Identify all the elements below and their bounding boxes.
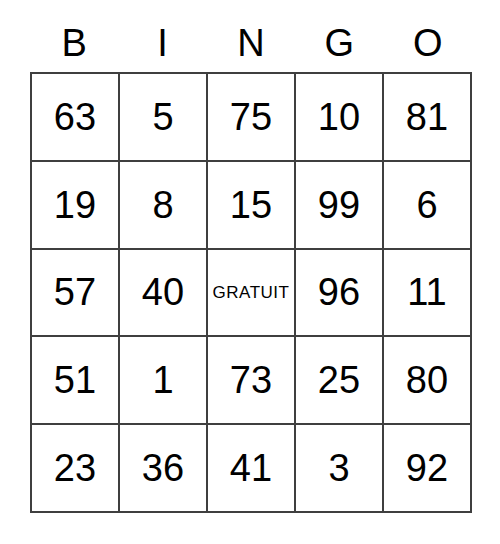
bingo-cell-r4c3[interactable]: 73 [208,337,294,423]
bingo-cell-r5c5[interactable]: 92 [384,425,470,511]
bingo-cell-r4c5[interactable]: 80 [384,337,470,423]
bingo-cell-r4c1[interactable]: 51 [32,337,118,423]
bingo-cell-r3c1[interactable]: 57 [32,250,118,336]
bingo-cell-r3c4[interactable]: 96 [296,250,382,336]
bingo-cell-r4c2[interactable]: 1 [120,337,206,423]
free-space-cell[interactable]: GRATUIT [208,250,294,336]
bingo-cell-r2c4[interactable]: 99 [296,162,382,248]
bingo-grid: 63 5 75 10 81 19 8 15 99 6 57 40 GRATUIT… [30,72,472,513]
bingo-cell-r2c3[interactable]: 15 [208,162,294,248]
bingo-cell-r4c4[interactable]: 25 [296,337,382,423]
bingo-cell-r5c3[interactable]: 41 [208,425,294,511]
bingo-cell-r1c5[interactable]: 81 [384,74,470,160]
column-letter-b: B [30,16,118,70]
bingo-cell-r1c1[interactable]: 63 [32,74,118,160]
bingo-cell-r1c2[interactable]: 5 [120,74,206,160]
bingo-cell-r3c2[interactable]: 40 [120,250,206,336]
column-letter-o: O [384,16,472,70]
bingo-cell-r1c3[interactable]: 75 [208,74,294,160]
bingo-cell-r2c5[interactable]: 6 [384,162,470,248]
column-letter-n: N [207,16,295,70]
column-letter-i: I [118,16,206,70]
bingo-cell-r1c4[interactable]: 10 [296,74,382,160]
column-letter-g: G [295,16,383,70]
bingo-cell-r2c2[interactable]: 8 [120,162,206,248]
bingo-cell-r5c4[interactable]: 3 [296,425,382,511]
bingo-header: B I N G O [30,16,472,70]
bingo-cell-r3c5[interactable]: 11 [384,250,470,336]
bingo-cell-r5c1[interactable]: 23 [32,425,118,511]
bingo-cell-r5c2[interactable]: 36 [120,425,206,511]
bingo-cell-r2c1[interactable]: 19 [32,162,118,248]
